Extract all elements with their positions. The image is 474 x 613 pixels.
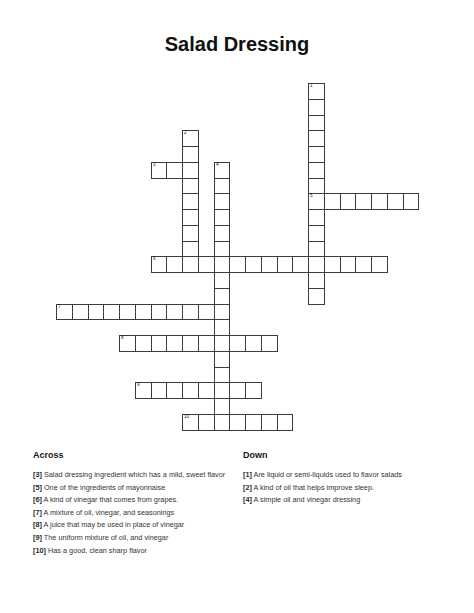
crossword-board: 12345678910 (56, 83, 418, 430)
clue-item-down-1: [1] Are liquid or semi-liquids used to f… (243, 469, 465, 482)
grid-cell[interactable] (182, 178, 199, 195)
across-clues: Across [3] Salad dressing ingredient whi… (33, 451, 237, 557)
down-header: Down (243, 451, 465, 460)
grid-cell[interactable] (308, 162, 325, 179)
cell-number: 3 (153, 163, 156, 168)
grid-cell[interactable]: 10 (182, 414, 199, 431)
grid-cell[interactable] (308, 209, 325, 226)
cell-number: 10 (184, 415, 189, 420)
grid-cell[interactable] (214, 304, 231, 321)
grid-cell[interactable] (166, 162, 183, 179)
grid-cell[interactable] (245, 256, 262, 273)
grid-cell[interactable] (355, 193, 372, 210)
grid-cell[interactable] (198, 414, 215, 431)
grid-cell[interactable] (182, 209, 199, 226)
grid-cell[interactable] (214, 225, 231, 242)
grid-cell[interactable] (340, 256, 357, 273)
clue-number: [2] (243, 483, 252, 492)
grid-cell[interactable] (245, 414, 262, 431)
clue-number: [8] (33, 520, 42, 529)
grid-cell[interactable] (151, 382, 168, 399)
grid-cell[interactable] (135, 304, 152, 321)
grid-cell[interactable] (182, 162, 199, 179)
down-clues: Down [1] Are liquid or semi-liquids used… (243, 451, 465, 507)
grid-cell[interactable] (324, 193, 341, 210)
grid-cell[interactable] (403, 193, 420, 210)
grid-cell[interactable] (182, 256, 199, 273)
grid-cell[interactable] (308, 146, 325, 163)
grid-cell[interactable] (166, 382, 183, 399)
grid-cell[interactable] (371, 193, 388, 210)
grid-cell[interactable] (387, 193, 404, 210)
clue-item-down-4: [4] A simple oil and vinegar dressing (243, 494, 465, 507)
clue-number: [10] (33, 546, 46, 555)
cell-number: 8 (121, 336, 124, 341)
grid-cell[interactable] (308, 130, 325, 147)
grid-cell[interactable] (166, 335, 183, 352)
grid-cell[interactable] (229, 256, 246, 273)
grid-cell[interactable] (229, 335, 246, 352)
grid-cell[interactable] (355, 256, 372, 273)
across-header: Across (33, 451, 237, 460)
grid-cell[interactable]: 5 (308, 193, 325, 210)
grid-cell[interactable]: 4 (214, 162, 231, 179)
grid-cell[interactable] (151, 304, 168, 321)
clue-item-across-10: [10] Has a good, clean sharp flavor (33, 545, 237, 558)
page-title: Salad Dressing (0, 33, 474, 56)
grid-cell[interactable] (308, 178, 325, 195)
grid-cell[interactable] (245, 382, 262, 399)
grid-cell[interactable] (214, 209, 231, 226)
grid-cell[interactable] (182, 382, 199, 399)
clue-number: [3] (33, 470, 42, 479)
grid-cell[interactable] (214, 351, 231, 368)
grid-cell[interactable] (308, 241, 325, 258)
clue-number: [9] (33, 533, 42, 542)
grid-cell[interactable] (371, 256, 388, 273)
grid-cell[interactable]: 2 (182, 130, 199, 147)
grid-cell[interactable] (198, 382, 215, 399)
grid-cell[interactable] (119, 304, 136, 321)
grid-cell[interactable] (182, 225, 199, 242)
grid-cell[interactable] (229, 382, 246, 399)
grid-cell[interactable] (308, 225, 325, 242)
grid-cell[interactable] (166, 304, 183, 321)
grid-cell[interactable] (261, 414, 278, 431)
clue-item-across-9: [9] The uniform mixture of oil, and vine… (33, 532, 237, 545)
grid-cell[interactable] (308, 272, 325, 289)
grid-cell[interactable] (340, 193, 357, 210)
grid-cell[interactable] (214, 335, 231, 352)
crossword-sheet: { "title": "Salad Dressing", "game": "cr… (0, 0, 474, 613)
cell-number: 9 (137, 383, 140, 388)
grid-cell[interactable] (214, 193, 231, 210)
cell-number: 6 (153, 257, 156, 262)
clue-number: [4] (243, 495, 252, 504)
across-clue-list: [3] Salad dressing ingredient which has … (33, 469, 237, 557)
clue-item-across-7: [7] A mixture of oil, vinegar, and seaso… (33, 507, 237, 520)
grid-cell[interactable] (214, 178, 231, 195)
grid-cell[interactable] (324, 256, 341, 273)
grid-cell[interactable] (308, 288, 325, 305)
grid-cell[interactable] (277, 256, 294, 273)
grid-cell[interactable] (151, 335, 168, 352)
grid-cell[interactable] (72, 304, 89, 321)
grid-cell[interactable]: 8 (119, 335, 136, 352)
grid-cell[interactable] (214, 272, 231, 289)
grid-cell[interactable]: 7 (56, 304, 73, 321)
clue-number: [1] (243, 470, 252, 479)
cell-number: 2 (184, 131, 187, 136)
grid-cell[interactable] (261, 335, 278, 352)
grid-cell[interactable] (166, 256, 183, 273)
grid-cell[interactable] (103, 304, 120, 321)
grid-cell[interactable] (214, 382, 231, 399)
clue-item-across-5: [5] One of the ingredients of mayonnaise (33, 482, 237, 495)
down-clue-list: [1] Are liquid or semi-liquids used to f… (243, 469, 465, 507)
grid-cell[interactable] (214, 398, 231, 415)
grid-cell[interactable]: 9 (135, 382, 152, 399)
grid-cell[interactable] (214, 241, 231, 258)
grid-cell[interactable]: 3 (151, 162, 168, 179)
grid-cell[interactable] (214, 256, 231, 273)
grid-cell[interactable] (182, 193, 199, 210)
grid-cell[interactable] (135, 335, 152, 352)
cell-number: 7 (58, 305, 61, 310)
grid-cell[interactable] (245, 335, 262, 352)
clue-item-across-3: [3] Salad dressing ingredient which has … (33, 469, 237, 482)
clue-number: [5] (33, 483, 42, 492)
grid-cell[interactable] (182, 304, 199, 321)
clue-number: [7] (33, 508, 42, 517)
grid-cell[interactable] (182, 146, 199, 163)
grid-cell[interactable] (229, 414, 246, 431)
clue-item-down-2: [2] A kind of oil that helps improve sle… (243, 482, 465, 495)
grid-cell[interactable] (308, 256, 325, 273)
cell-number: 4 (216, 163, 219, 168)
cell-number: 5 (310, 194, 313, 199)
grid-cell[interactable]: 1 (308, 83, 325, 100)
grid-cell[interactable] (182, 241, 199, 258)
cell-number: 1 (310, 84, 313, 89)
grid-cell[interactable] (308, 115, 325, 132)
grid-cell[interactable] (214, 367, 231, 384)
grid-cell[interactable] (214, 414, 231, 431)
grid-cell[interactable] (198, 335, 215, 352)
grid-cell[interactable] (198, 256, 215, 273)
grid-cell[interactable] (88, 304, 105, 321)
clue-item-across-6: [6] A kind of vinegar that comes from gr… (33, 494, 237, 507)
grid-cell[interactable] (308, 99, 325, 116)
grid-cell[interactable] (277, 414, 294, 431)
grid-cell[interactable] (261, 256, 278, 273)
clue-item-across-8: [8] A juice that may be used in place of… (33, 519, 237, 532)
grid-cell[interactable] (198, 304, 215, 321)
grid-cell[interactable] (182, 335, 199, 352)
grid-cell[interactable] (214, 288, 231, 305)
grid-cell[interactable] (292, 256, 309, 273)
grid-cell[interactable]: 6 (151, 256, 168, 273)
clue-number: [6] (33, 495, 42, 504)
grid-cell[interactable] (214, 319, 231, 336)
